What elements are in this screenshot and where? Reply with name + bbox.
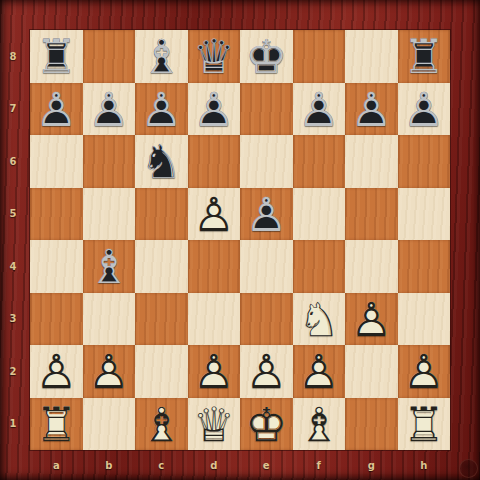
piece-fill-glyph: ♟	[188, 345, 241, 398]
square-e7[interactable]	[240, 83, 293, 136]
piece-outline-glyph: ♙	[83, 345, 136, 398]
piece-fill-glyph: ♟	[188, 83, 241, 136]
square-g1[interactable]	[345, 398, 398, 451]
logo-watermark-icon	[459, 459, 478, 478]
square-b1[interactable]	[83, 398, 136, 451]
square-e6[interactable]	[240, 135, 293, 188]
piece-outline-glyph: ♖	[30, 30, 83, 83]
piece-fill-glyph: ♟	[345, 83, 398, 136]
file-label-g: g	[345, 450, 398, 480]
white-king-e1-icon: ♚♔	[240, 398, 293, 451]
rank-label-1: 1	[0, 398, 30, 451]
file-label-h: h	[398, 450, 451, 480]
square-b5[interactable]	[83, 188, 136, 241]
square-d6[interactable]	[188, 135, 241, 188]
black-pawn-c7-icon: ♟♙	[135, 83, 188, 136]
square-g2[interactable]	[345, 345, 398, 398]
white-pawn-g3-icon: ♟♙	[345, 293, 398, 346]
piece-outline-glyph: ♗	[135, 30, 188, 83]
black-pawn-d7-icon: ♟♙	[188, 83, 241, 136]
piece-outline-glyph: ♙	[188, 83, 241, 136]
piece-outline-glyph: ♔	[240, 30, 293, 83]
square-a6[interactable]	[30, 135, 83, 188]
white-pawn-f2-icon: ♟♙	[293, 345, 346, 398]
square-d1[interactable]: ♛♕	[188, 398, 241, 451]
square-f4[interactable]	[293, 240, 346, 293]
white-pawn-d5-icon: ♟♙	[188, 188, 241, 241]
piece-outline-glyph: ♘	[135, 135, 188, 188]
black-pawn-g7-icon: ♟♙	[345, 83, 398, 136]
black-pawn-f7-icon: ♟♙	[293, 83, 346, 136]
square-b4[interactable]: ♝♗	[83, 240, 136, 293]
square-a8[interactable]: ♜♖	[30, 30, 83, 83]
square-e3[interactable]	[240, 293, 293, 346]
file-label-f: f	[293, 450, 346, 480]
white-knight-f3-icon: ♞♘	[293, 293, 346, 346]
white-pawn-h2-icon: ♟♙	[398, 345, 451, 398]
square-f1[interactable]: ♝♗	[293, 398, 346, 451]
square-a3[interactable]	[30, 293, 83, 346]
black-knight-c6-icon: ♞♘	[135, 135, 188, 188]
piece-outline-glyph: ♙	[188, 345, 241, 398]
white-rook-h1-icon: ♜♖	[398, 398, 451, 451]
piece-outline-glyph: ♙	[30, 83, 83, 136]
square-h6[interactable]	[398, 135, 451, 188]
black-rook-h8-icon: ♜♖	[398, 30, 451, 83]
chess-board-frame: 87654321 abcdefgh ♜♖♝♗♛♕♚♔♜♖♟♙♟♙♟♙♟♙♟♙♟♙…	[0, 0, 480, 480]
square-e2[interactable]: ♟♙	[240, 345, 293, 398]
rank-label-3: 3	[0, 293, 30, 346]
chess-board: ♜♖♝♗♛♕♚♔♜♖♟♙♟♙♟♙♟♙♟♙♟♙♟♙♞♘♟♙♟♙♝♗♞♘♟♙♟♙♟♙…	[30, 30, 450, 450]
square-f5[interactable]	[293, 188, 346, 241]
file-label-b: b	[83, 450, 136, 480]
white-rook-a1-icon: ♜♖	[30, 398, 83, 451]
rank-labels: 87654321	[0, 30, 30, 450]
piece-fill-glyph: ♟	[240, 188, 293, 241]
square-f2[interactable]: ♟♙	[293, 345, 346, 398]
piece-fill-glyph: ♟	[293, 83, 346, 136]
square-b8[interactable]	[83, 30, 136, 83]
square-h3[interactable]	[398, 293, 451, 346]
piece-outline-glyph: ♙	[135, 83, 188, 136]
piece-outline-glyph: ♗	[293, 398, 346, 451]
piece-fill-glyph: ♟	[83, 83, 136, 136]
square-f3[interactable]: ♞♘	[293, 293, 346, 346]
piece-outline-glyph: ♙	[30, 345, 83, 398]
file-labels: abcdefgh	[30, 450, 450, 480]
piece-fill-glyph: ♛	[188, 30, 241, 83]
square-a4[interactable]	[30, 240, 83, 293]
piece-outline-glyph: ♕	[188, 398, 241, 451]
square-h4[interactable]	[398, 240, 451, 293]
black-pawn-e5-icon: ♟♙	[240, 188, 293, 241]
square-h2[interactable]: ♟♙	[398, 345, 451, 398]
file-label-a: a	[30, 450, 83, 480]
rank-label-4: 4	[0, 240, 30, 293]
square-b2[interactable]: ♟♙	[83, 345, 136, 398]
square-g4[interactable]	[345, 240, 398, 293]
square-h7[interactable]: ♟♙	[398, 83, 451, 136]
piece-outline-glyph: ♗	[135, 398, 188, 451]
white-queen-d1-icon: ♛♕	[188, 398, 241, 451]
piece-outline-glyph: ♙	[345, 293, 398, 346]
black-bishop-c8-icon: ♝♗	[135, 30, 188, 83]
square-e8[interactable]: ♚♔	[240, 30, 293, 83]
file-label-c: c	[135, 450, 188, 480]
piece-outline-glyph: ♔	[240, 398, 293, 451]
piece-fill-glyph: ♟	[240, 345, 293, 398]
piece-fill-glyph: ♟	[188, 188, 241, 241]
square-c1[interactable]: ♝♗	[135, 398, 188, 451]
black-bishop-b4-icon: ♝♗	[83, 240, 136, 293]
square-f6[interactable]	[293, 135, 346, 188]
square-c6[interactable]: ♞♘	[135, 135, 188, 188]
white-pawn-e2-icon: ♟♙	[240, 345, 293, 398]
square-d3[interactable]	[188, 293, 241, 346]
square-g5[interactable]	[345, 188, 398, 241]
square-h8[interactable]: ♜♖	[398, 30, 451, 83]
square-a7[interactable]: ♟♙	[30, 83, 83, 136]
white-pawn-d2-icon: ♟♙	[188, 345, 241, 398]
square-c7[interactable]: ♟♙	[135, 83, 188, 136]
white-pawn-a2-icon: ♟♙	[30, 345, 83, 398]
piece-outline-glyph: ♙	[188, 188, 241, 241]
piece-outline-glyph: ♘	[293, 293, 346, 346]
piece-outline-glyph: ♙	[240, 345, 293, 398]
piece-outline-glyph: ♖	[398, 398, 451, 451]
black-pawn-h7-icon: ♟♙	[398, 83, 451, 136]
piece-fill-glyph: ♞	[135, 135, 188, 188]
piece-fill-glyph: ♝	[135, 30, 188, 83]
piece-fill-glyph: ♚	[240, 398, 293, 451]
square-c4[interactable]	[135, 240, 188, 293]
piece-fill-glyph: ♟	[135, 83, 188, 136]
square-h1[interactable]: ♜♖	[398, 398, 451, 451]
white-bishop-c1-icon: ♝♗	[135, 398, 188, 451]
piece-fill-glyph: ♚	[240, 30, 293, 83]
piece-outline-glyph: ♙	[345, 83, 398, 136]
square-d8[interactable]: ♛♕	[188, 30, 241, 83]
piece-fill-glyph: ♝	[293, 398, 346, 451]
square-a1[interactable]: ♜♖	[30, 398, 83, 451]
piece-fill-glyph: ♛	[188, 398, 241, 451]
square-g6[interactable]	[345, 135, 398, 188]
piece-outline-glyph: ♙	[83, 83, 136, 136]
piece-fill-glyph: ♝	[135, 398, 188, 451]
piece-fill-glyph: ♟	[398, 345, 451, 398]
piece-outline-glyph: ♙	[240, 188, 293, 241]
piece-fill-glyph: ♝	[83, 240, 136, 293]
piece-fill-glyph: ♜	[30, 30, 83, 83]
piece-outline-glyph: ♖	[398, 30, 451, 83]
square-f8[interactable]	[293, 30, 346, 83]
square-d7[interactable]: ♟♙	[188, 83, 241, 136]
square-e1[interactable]: ♚♔	[240, 398, 293, 451]
piece-outline-glyph: ♙	[293, 345, 346, 398]
square-b6[interactable]	[83, 135, 136, 188]
square-c5[interactable]	[135, 188, 188, 241]
piece-outline-glyph: ♙	[398, 83, 451, 136]
square-c3[interactable]	[135, 293, 188, 346]
square-c8[interactable]: ♝♗	[135, 30, 188, 83]
rank-label-8: 8	[0, 30, 30, 83]
black-king-e8-icon: ♚♔	[240, 30, 293, 83]
black-rook-a8-icon: ♜♖	[30, 30, 83, 83]
rank-label-7: 7	[0, 83, 30, 136]
piece-outline-glyph: ♕	[188, 30, 241, 83]
square-d2[interactable]: ♟♙	[188, 345, 241, 398]
piece-outline-glyph: ♗	[83, 240, 136, 293]
piece-outline-glyph: ♙	[398, 345, 451, 398]
white-pawn-b2-icon: ♟♙	[83, 345, 136, 398]
rank-label-2: 2	[0, 345, 30, 398]
square-d5[interactable]: ♟♙	[188, 188, 241, 241]
black-queen-d8-icon: ♛♕	[188, 30, 241, 83]
piece-outline-glyph: ♙	[293, 83, 346, 136]
white-bishop-f1-icon: ♝♗	[293, 398, 346, 451]
black-pawn-a7-icon: ♟♙	[30, 83, 83, 136]
square-f7[interactable]: ♟♙	[293, 83, 346, 136]
piece-fill-glyph: ♟	[398, 83, 451, 136]
piece-fill-glyph: ♟	[30, 345, 83, 398]
square-a5[interactable]	[30, 188, 83, 241]
file-label-d: d	[188, 450, 241, 480]
piece-fill-glyph: ♜	[30, 398, 83, 451]
square-g8[interactable]	[345, 30, 398, 83]
square-b3[interactable]	[83, 293, 136, 346]
square-g7[interactable]: ♟♙	[345, 83, 398, 136]
file-label-e: e	[240, 450, 293, 480]
piece-fill-glyph: ♟	[345, 293, 398, 346]
square-b7[interactable]: ♟♙	[83, 83, 136, 136]
square-d4[interactable]	[188, 240, 241, 293]
rank-label-6: 6	[0, 135, 30, 188]
piece-fill-glyph: ♟	[30, 83, 83, 136]
piece-fill-glyph: ♞	[293, 293, 346, 346]
square-c2[interactable]	[135, 345, 188, 398]
square-g3[interactable]: ♟♙	[345, 293, 398, 346]
piece-outline-glyph: ♖	[30, 398, 83, 451]
piece-fill-glyph: ♟	[83, 345, 136, 398]
piece-fill-glyph: ♜	[398, 30, 451, 83]
piece-fill-glyph: ♜	[398, 398, 451, 451]
square-e5[interactable]: ♟♙	[240, 188, 293, 241]
black-pawn-b7-icon: ♟♙	[83, 83, 136, 136]
square-a2[interactable]: ♟♙	[30, 345, 83, 398]
rank-label-5: 5	[0, 188, 30, 241]
square-e4[interactable]	[240, 240, 293, 293]
square-h5[interactable]	[398, 188, 451, 241]
piece-fill-glyph: ♟	[293, 345, 346, 398]
